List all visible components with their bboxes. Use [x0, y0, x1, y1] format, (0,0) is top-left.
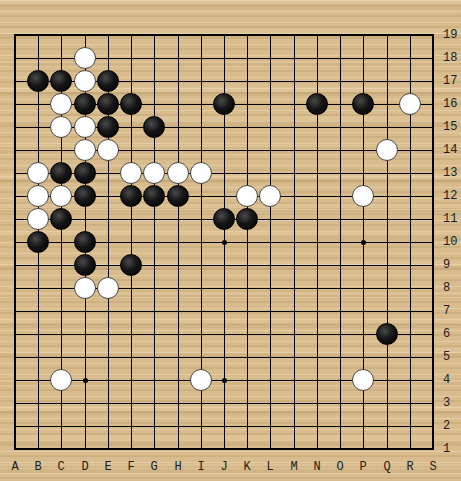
- black-stone: [74, 254, 96, 276]
- grid-line-horizontal: [15, 311, 433, 312]
- black-stone: [74, 185, 96, 207]
- white-stone: [399, 93, 421, 115]
- column-label: L: [262, 461, 278, 474]
- white-stone: [50, 93, 72, 115]
- row-label: 12: [443, 189, 461, 203]
- star-point: [83, 378, 88, 383]
- white-stone: [74, 277, 96, 299]
- grid-line-horizontal: [15, 357, 433, 358]
- row-label: 16: [443, 97, 461, 111]
- row-label: 3: [443, 396, 461, 410]
- black-stone: [97, 116, 119, 138]
- white-stone: [27, 162, 49, 184]
- black-stone: [376, 323, 398, 345]
- column-label: I: [193, 461, 209, 474]
- column-label: N: [309, 461, 325, 474]
- black-stone: [167, 185, 189, 207]
- white-stone: [120, 162, 142, 184]
- black-stone: [74, 93, 96, 115]
- row-label: 17: [443, 74, 461, 88]
- row-label: 8: [443, 281, 461, 295]
- black-stone: [74, 162, 96, 184]
- grid-line-horizontal: [15, 448, 433, 449]
- white-stone: [167, 162, 189, 184]
- grid-line-horizontal: [15, 403, 433, 404]
- row-label: 11: [443, 212, 461, 226]
- row-label: 10: [443, 235, 461, 249]
- black-stone: [27, 231, 49, 253]
- white-stone: [259, 185, 281, 207]
- star-point: [222, 240, 227, 245]
- grid-line-vertical: [432, 35, 433, 449]
- black-stone: [120, 93, 142, 115]
- column-label: S: [425, 461, 441, 474]
- black-stone: [352, 93, 374, 115]
- grid-line-vertical: [294, 35, 295, 449]
- black-stone: [306, 93, 328, 115]
- column-label: H: [170, 461, 186, 474]
- star-point: [222, 378, 227, 383]
- row-label: 14: [443, 143, 461, 157]
- white-stone: [27, 208, 49, 230]
- row-label: 1: [443, 442, 461, 456]
- star-point: [361, 240, 366, 245]
- column-label: R: [402, 461, 418, 474]
- white-stone: [376, 139, 398, 161]
- grid-line-horizontal: [15, 426, 433, 427]
- column-label: E: [100, 461, 116, 474]
- white-stone: [352, 185, 374, 207]
- black-stone: [50, 162, 72, 184]
- row-label: 6: [443, 327, 461, 341]
- white-stone: [74, 116, 96, 138]
- black-stone: [213, 208, 235, 230]
- grid-line-vertical: [247, 35, 248, 449]
- white-stone: [74, 47, 96, 69]
- black-stone: [97, 93, 119, 115]
- white-stone: [352, 369, 374, 391]
- white-stone: [50, 185, 72, 207]
- column-label: D: [77, 461, 93, 474]
- white-stone: [190, 369, 212, 391]
- column-label: M: [286, 461, 302, 474]
- row-label: 18: [443, 51, 461, 65]
- white-stone: [50, 116, 72, 138]
- column-label: O: [332, 461, 348, 474]
- black-stone: [50, 208, 72, 230]
- row-label: 13: [443, 166, 461, 180]
- row-label: 7: [443, 304, 461, 318]
- grid-line-vertical: [340, 35, 341, 449]
- white-stone: [97, 139, 119, 161]
- black-stone: [120, 185, 142, 207]
- column-label: A: [7, 461, 23, 474]
- black-stone: [74, 231, 96, 253]
- column-label: Q: [379, 461, 395, 474]
- black-stone: [143, 116, 165, 138]
- column-label: C: [53, 461, 69, 474]
- row-label: 5: [443, 350, 461, 364]
- white-stone: [74, 139, 96, 161]
- white-stone: [50, 369, 72, 391]
- row-label: 19: [443, 28, 461, 42]
- column-label: B: [30, 461, 46, 474]
- white-stone: [97, 277, 119, 299]
- row-label: 2: [443, 419, 461, 433]
- go-board-screen: ABCDEFGHIJKLMNOPQRS 19181716151413121110…: [0, 0, 461, 481]
- white-stone: [236, 185, 258, 207]
- grid-line-vertical: [387, 35, 388, 449]
- black-stone: [120, 254, 142, 276]
- row-label: 4: [443, 373, 461, 387]
- black-stone: [97, 70, 119, 92]
- grid-line-horizontal: [15, 334, 433, 335]
- white-stone: [27, 185, 49, 207]
- white-stone: [190, 162, 212, 184]
- column-label: F: [123, 461, 139, 474]
- row-label: 15: [443, 120, 461, 134]
- black-stone: [236, 208, 258, 230]
- black-stone: [143, 185, 165, 207]
- row-label: 9: [443, 258, 461, 272]
- black-stone: [27, 70, 49, 92]
- column-label: J: [216, 461, 232, 474]
- column-label: P: [355, 461, 371, 474]
- white-stone: [143, 162, 165, 184]
- black-stone: [50, 70, 72, 92]
- column-label: K: [239, 461, 255, 474]
- white-stone: [74, 70, 96, 92]
- column-label: G: [146, 461, 162, 474]
- black-stone: [213, 93, 235, 115]
- board-grid[interactable]: [15, 35, 433, 449]
- grid-line-vertical: [270, 35, 271, 449]
